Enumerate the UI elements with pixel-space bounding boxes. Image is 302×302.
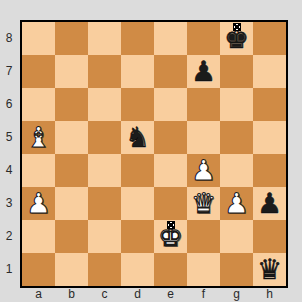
rank-label-7: 7 xyxy=(0,55,18,88)
file-label-h: h xyxy=(253,288,286,302)
square-c6[interactable] xyxy=(88,88,121,121)
square-c2[interactable] xyxy=(88,220,121,253)
square-h2[interactable] xyxy=(253,220,286,253)
square-d3[interactable] xyxy=(121,187,154,220)
square-b2[interactable] xyxy=(55,220,88,253)
square-a3[interactable]: ♟ xyxy=(22,187,55,220)
white-pawn-g3[interactable]: ♟ xyxy=(220,187,253,220)
rank-label-8: 8 xyxy=(0,22,18,55)
black-queen-h1[interactable]: ♛ xyxy=(253,253,286,286)
black-pawn-h3[interactable]: ♟ xyxy=(253,187,286,220)
square-a7[interactable] xyxy=(22,55,55,88)
square-g1[interactable] xyxy=(220,253,253,286)
square-f6[interactable] xyxy=(187,88,220,121)
black-knight-d5[interactable]: ♞ xyxy=(121,121,154,154)
square-c8[interactable] xyxy=(88,22,121,55)
square-c7[interactable] xyxy=(88,55,121,88)
square-a4[interactable] xyxy=(22,154,55,187)
square-g7[interactable] xyxy=(220,55,253,88)
file-label-a: a xyxy=(22,288,55,302)
square-c5[interactable] xyxy=(88,121,121,154)
square-c1[interactable] xyxy=(88,253,121,286)
rank-label-2: 2 xyxy=(0,220,18,253)
square-h4[interactable] xyxy=(253,154,286,187)
square-h7[interactable] xyxy=(253,55,286,88)
square-d1[interactable] xyxy=(121,253,154,286)
rank-label-1: 1 xyxy=(0,253,18,286)
square-e3[interactable] xyxy=(154,187,187,220)
white-bishop-a5[interactable]: ♝ xyxy=(22,121,55,154)
chess-diagram: 87654321 ♚♟♝♞♟♟♛♟♟♚♛ abcdefgh xyxy=(0,0,302,302)
square-h3[interactable]: ♟ xyxy=(253,187,286,220)
square-g2[interactable] xyxy=(220,220,253,253)
square-f8[interactable] xyxy=(187,22,220,55)
black-pawn-f7[interactable]: ♟ xyxy=(187,55,220,88)
file-label-c: c xyxy=(88,288,121,302)
square-f1[interactable] xyxy=(187,253,220,286)
square-e7[interactable] xyxy=(154,55,187,88)
square-b1[interactable] xyxy=(55,253,88,286)
rank-label-3: 3 xyxy=(0,187,18,220)
square-e6[interactable] xyxy=(154,88,187,121)
square-e4[interactable] xyxy=(154,154,187,187)
square-a1[interactable] xyxy=(22,253,55,286)
square-d6[interactable] xyxy=(121,88,154,121)
rank-label-6: 6 xyxy=(0,88,18,121)
square-b7[interactable] xyxy=(55,55,88,88)
rank-label-5: 5 xyxy=(0,121,18,154)
square-c3[interactable] xyxy=(88,187,121,220)
chess-board: ♚♟♝♞♟♟♛♟♟♚♛ xyxy=(20,20,288,288)
rank-label-4: 4 xyxy=(0,154,18,187)
king-marker-icon xyxy=(233,23,241,31)
square-f7[interactable]: ♟ xyxy=(187,55,220,88)
square-d8[interactable] xyxy=(121,22,154,55)
square-h1[interactable]: ♛ xyxy=(253,253,286,286)
square-d5[interactable]: ♞ xyxy=(121,121,154,154)
file-label-e: e xyxy=(154,288,187,302)
square-b4[interactable] xyxy=(55,154,88,187)
square-d7[interactable] xyxy=(121,55,154,88)
square-b3[interactable] xyxy=(55,187,88,220)
square-f5[interactable] xyxy=(187,121,220,154)
square-h5[interactable] xyxy=(253,121,286,154)
square-e5[interactable] xyxy=(154,121,187,154)
square-g8[interactable]: ♚ xyxy=(220,22,253,55)
square-f4[interactable]: ♟ xyxy=(187,154,220,187)
file-label-d: d xyxy=(121,288,154,302)
king-marker-icon xyxy=(167,221,175,229)
square-f2[interactable] xyxy=(187,220,220,253)
square-d4[interactable] xyxy=(121,154,154,187)
white-pawn-a3[interactable]: ♟ xyxy=(22,187,55,220)
square-g5[interactable] xyxy=(220,121,253,154)
square-e2[interactable]: ♚ xyxy=(154,220,187,253)
square-a5[interactable]: ♝ xyxy=(22,121,55,154)
file-label-f: f xyxy=(187,288,220,302)
square-e8[interactable] xyxy=(154,22,187,55)
square-a6[interactable] xyxy=(22,88,55,121)
file-label-g: g xyxy=(220,288,253,302)
square-e1[interactable] xyxy=(154,253,187,286)
white-queen-f3[interactable]: ♛ xyxy=(187,187,220,220)
square-h6[interactable] xyxy=(253,88,286,121)
square-g4[interactable] xyxy=(220,154,253,187)
square-g6[interactable] xyxy=(220,88,253,121)
square-b5[interactable] xyxy=(55,121,88,154)
square-g3[interactable]: ♟ xyxy=(220,187,253,220)
white-pawn-f4[interactable]: ♟ xyxy=(187,154,220,187)
square-c4[interactable] xyxy=(88,154,121,187)
file-label-b: b xyxy=(55,288,88,302)
square-h8[interactable] xyxy=(253,22,286,55)
square-b6[interactable] xyxy=(55,88,88,121)
board-grid: ♚♟♝♞♟♟♛♟♟♚♛ xyxy=(22,22,286,286)
square-a2[interactable] xyxy=(22,220,55,253)
square-d2[interactable] xyxy=(121,220,154,253)
square-f3[interactable]: ♛ xyxy=(187,187,220,220)
square-a8[interactable] xyxy=(22,22,55,55)
square-b8[interactable] xyxy=(55,22,88,55)
